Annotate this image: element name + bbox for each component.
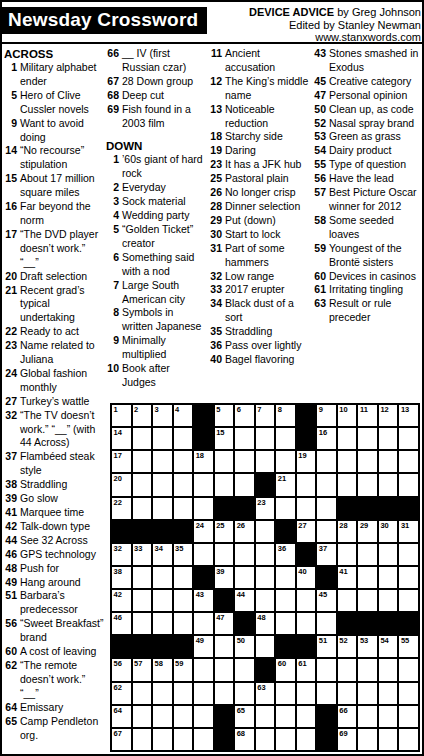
grid-cell-9-8[interactable] — [256, 590, 275, 611]
clue-text: Marquee time — [20, 506, 104, 520]
clue-across-23: 23Name related to Juliana — [4, 339, 104, 367]
grid-cell-10-14 — [379, 613, 398, 634]
grid-cell-4-15[interactable] — [399, 474, 418, 495]
clue-across-27: 27Turkey’s wattle — [4, 395, 104, 409]
grid-cell-10-11[interactable] — [317, 613, 336, 634]
grid-cell-8-1[interactable]: 38 — [112, 567, 131, 588]
clue-down-12: 12The King’s middle name — [209, 75, 311, 103]
clue-across-48: 48Push for — [4, 562, 104, 576]
grid-cell-12-10[interactable]: 61 — [297, 659, 316, 680]
clue-down-36: 36Pass over lightly — [209, 339, 311, 353]
grid-cell-3-11[interactable] — [317, 451, 336, 472]
grid-cell-9-4[interactable] — [174, 590, 193, 611]
grid-cell-8-15[interactable] — [399, 567, 418, 588]
clue-down-30: 30Start to lock — [209, 228, 311, 242]
clue-number: 23 — [4, 339, 20, 367]
clue-text: It has a JFK hub — [225, 158, 311, 172]
grid-cell-1-3[interactable]: 3 — [153, 405, 172, 426]
clue-number: 54 — [313, 144, 329, 158]
clue-number: 23 — [209, 158, 225, 172]
grid-cell-15-5[interactable] — [194, 729, 213, 750]
grid-cell-11-8[interactable] — [256, 636, 275, 657]
clue-number: 25 — [209, 172, 225, 186]
clue-number: 48 — [4, 562, 20, 576]
grid-cell-14-8[interactable] — [256, 706, 275, 727]
clue-down-50: 50Clean up, as code — [313, 103, 420, 117]
grid-cell-11-13[interactable]: 53 — [358, 636, 377, 657]
grid-cell-9-11[interactable]: 45 — [317, 590, 336, 611]
clue-text: Pass over lightly — [225, 339, 311, 353]
grid-cell-10-10[interactable] — [297, 613, 316, 634]
grid-cell-11-15[interactable]: 55 — [399, 636, 418, 657]
grid-cell-8-10[interactable]: 40 — [297, 567, 316, 588]
grid-cell-11-6[interactable] — [215, 636, 234, 657]
clue-text: Dairy product — [329, 144, 420, 158]
clue-number: 29 — [209, 214, 225, 228]
grid-cell-15-1[interactable]: 67 — [112, 729, 131, 750]
grid-cell-13-15[interactable] — [399, 683, 418, 704]
clue-number: 44 — [4, 534, 20, 548]
grid-cell-10-4[interactable] — [174, 613, 193, 634]
grid-cell-15-15[interactable] — [399, 729, 418, 750]
grid-cell-1-15[interactable]: 13 — [399, 405, 418, 426]
grid-cell-13-5[interactable] — [194, 683, 213, 704]
grid-cell-1-10 — [297, 405, 316, 426]
cell-number: 49 — [196, 636, 204, 645]
grid-cell-4-4[interactable] — [174, 474, 193, 495]
grid-cell-2-7[interactable] — [235, 428, 254, 449]
grid-cell-4-14[interactable] — [379, 474, 398, 495]
cell-number: 52 — [339, 636, 347, 645]
grid-cell-15-14[interactable] — [379, 729, 398, 750]
grid-cell-4-12[interactable] — [338, 474, 357, 495]
clue-text: Nasal spray brand — [329, 117, 420, 131]
grid-cell-7-12[interactable] — [338, 544, 357, 565]
grid-cell-7-3[interactable]: 34 — [153, 544, 172, 565]
grid-cell-11-5[interactable]: 49 — [194, 636, 213, 657]
grid-cell-13-4[interactable] — [174, 683, 193, 704]
grid-cell-6-7[interactable]: 26 — [235, 521, 254, 542]
clue-text: Everyday — [122, 181, 206, 195]
cell-number: 39 — [216, 567, 224, 576]
cell-number: 1 — [114, 405, 118, 414]
clue-number: 36 — [209, 339, 225, 353]
cell-number: 45 — [319, 590, 327, 599]
clue-number: 37 — [4, 450, 20, 478]
grid-cell-15-10[interactable] — [297, 729, 316, 750]
grid-cell-14-15[interactable] — [399, 706, 418, 727]
grid-cell-11-11[interactable]: 51 — [317, 636, 336, 657]
clue-text: Large South American city — [122, 279, 206, 307]
grid-cell-5-11[interactable] — [317, 498, 336, 519]
grid-cell-15-13[interactable] — [358, 729, 377, 750]
grid-cell-5-2[interactable] — [133, 498, 152, 519]
grid-cell-1-9[interactable]: 8 — [276, 405, 295, 426]
cell-number: 47 — [216, 613, 224, 622]
clue-number: 11 — [209, 47, 225, 75]
grid-cell-12-4[interactable]: 59 — [174, 659, 193, 680]
grid-cell-7-8[interactable] — [256, 544, 275, 565]
clue-text: Starchy side — [225, 130, 311, 144]
grid-cell-1-14[interactable]: 12 — [379, 405, 398, 426]
clue-down-11: 11Ancient accusation — [209, 47, 311, 75]
grid-cell-3-8[interactable] — [256, 451, 275, 472]
clue-down-61: 61Irritating tingling — [313, 283, 420, 297]
grid-cell-13-11[interactable] — [317, 683, 336, 704]
cell-number: 8 — [278, 405, 282, 414]
grid-cell-9-15[interactable] — [399, 590, 418, 611]
grid-cell-7-14[interactable] — [379, 544, 398, 565]
grid-cell-7-5[interactable] — [194, 544, 213, 565]
grid-cell-2-9[interactable] — [276, 428, 295, 449]
grid-cell-12-1[interactable]: 56 — [112, 659, 131, 680]
grid-cell-7-7[interactable] — [235, 544, 254, 565]
grid-cell-15-7[interactable]: 68 — [235, 729, 254, 750]
grid-cell-7-1[interactable]: 32 — [112, 544, 131, 565]
grid-cell-2-2[interactable] — [133, 428, 152, 449]
grid-cell-12-2[interactable]: 57 — [133, 659, 152, 680]
grid-cell-1-6[interactable]: 5 — [215, 405, 234, 426]
grid-cell-11-2 — [133, 636, 152, 657]
grid-cell-2-13[interactable] — [358, 428, 377, 449]
clue-text: Devices in casinos — [329, 270, 420, 284]
header-divider — [2, 42, 422, 44]
grid-cell-12-3[interactable]: 58 — [153, 659, 172, 680]
grid-cell-6-13[interactable]: 29 — [358, 521, 377, 542]
grid-cell-3-5[interactable]: 18 — [194, 451, 213, 472]
grid-cell-14-1[interactable]: 64 — [112, 706, 131, 727]
grid-cell-9-2[interactable] — [133, 590, 152, 611]
grid-cell-8-6[interactable]: 39 — [215, 567, 234, 588]
clue-down-33: 332017 erupter — [209, 283, 311, 297]
grid-cell-4-3[interactable] — [153, 474, 172, 495]
grid-cell-14-4[interactable] — [174, 706, 193, 727]
grid-cell-13-12[interactable] — [338, 683, 357, 704]
grid-cell-14-7[interactable]: 65 — [235, 706, 254, 727]
grid-cell-13-10[interactable] — [297, 683, 316, 704]
grid-cell-9-5[interactable]: 43 — [194, 590, 213, 611]
grid-cell-5-4[interactable] — [174, 498, 193, 519]
grid-cell-12-7[interactable] — [235, 659, 254, 680]
clue-text: “The TV doesn’t work.” “__” (with 44 Acr… — [20, 409, 104, 451]
grid-cell-3-2[interactable] — [133, 451, 152, 472]
grid-cell-2-12[interactable] — [338, 428, 357, 449]
clue-number: 69 — [106, 103, 122, 131]
grid-cell-6-5[interactable]: 24 — [194, 521, 213, 542]
grid-cell-14-3[interactable] — [153, 706, 172, 727]
clue-across-62: 62“The remote doesn’t work.” “__” — [4, 659, 104, 701]
grid-cell-1-4[interactable]: 4 — [174, 405, 193, 426]
clue-number: 26 — [209, 186, 225, 200]
grid-cell-11-14[interactable]: 54 — [379, 636, 398, 657]
grid-cell-14-12[interactable]: 66 — [338, 706, 357, 727]
grid-cell-4-9[interactable]: 21 — [276, 474, 295, 495]
grid-cell-2-6[interactable]: 15 — [215, 428, 234, 449]
grid-cell-13-14[interactable] — [379, 683, 398, 704]
grid-cell-5-9[interactable] — [276, 498, 295, 519]
grid-cell-10-2[interactable] — [133, 613, 152, 634]
cell-number: 12 — [380, 405, 388, 414]
clue-text: Daring — [225, 144, 311, 158]
clue-across-60: 60A cost of leaving — [4, 645, 104, 659]
clue-number: 32 — [209, 270, 225, 284]
grid-cell-3-3[interactable] — [153, 451, 172, 472]
clue-text: Emissary — [20, 701, 104, 715]
clue-down-34: 34Black dust of a sort — [209, 297, 311, 325]
grid-cell-2-1[interactable]: 14 — [112, 428, 131, 449]
clue-number: 7 — [106, 279, 122, 307]
grid-cell-9-6 — [215, 590, 234, 611]
grid-cell-10-5[interactable] — [194, 613, 213, 634]
grid-cell-2-3[interactable] — [153, 428, 172, 449]
clue-text: Draft selection — [20, 270, 104, 284]
clue-text: “The remote doesn’t work.” “__” — [20, 659, 104, 701]
clue-across-41: 41Marquee time — [4, 506, 104, 520]
clue-text: See 32 Across — [20, 534, 104, 548]
grid-cell-9-1[interactable]: 42 — [112, 590, 131, 611]
grid-cell-3-15[interactable] — [399, 451, 418, 472]
clue-across-14: 14“No recourse” stipulation — [4, 144, 104, 172]
clue-number: 5 — [4, 89, 20, 117]
grid-cell-12-6[interactable] — [215, 659, 234, 680]
clue-across-17: 17“The DVD player doesn’t work.” “__” — [4, 228, 104, 270]
grid-cell-4-7[interactable] — [235, 474, 254, 495]
clue-text: __ IV (first Russian czar) — [122, 47, 206, 75]
grid-cell-7-15[interactable] — [399, 544, 418, 565]
grid-cell-1-7[interactable]: 6 — [235, 405, 254, 426]
grid-cell-10-7 — [235, 613, 254, 634]
grid-cell-5-5[interactable] — [194, 498, 213, 519]
grid-cell-14-14[interactable] — [379, 706, 398, 727]
cell-number: 17 — [114, 451, 122, 460]
clue-down-23: 23It has a JFK hub — [209, 158, 311, 172]
clue-text: Go slow — [20, 492, 104, 506]
grid-cell-14-11 — [317, 706, 336, 727]
grid-cell-9-10[interactable] — [297, 590, 316, 611]
grid-cell-6-14[interactable]: 30 — [379, 521, 398, 542]
grid-cell-4-5[interactable] — [194, 474, 213, 495]
grid-cell-6-11[interactable] — [317, 521, 336, 542]
cell-number: 68 — [237, 729, 245, 738]
grid-cell-14-9[interactable] — [276, 706, 295, 727]
grid-cell-11-7[interactable]: 50 — [235, 636, 254, 657]
grid-cell-7-11[interactable]: 37 — [317, 544, 336, 565]
grid-cell-15-2[interactable] — [133, 729, 152, 750]
grid-cell-1-2[interactable]: 2 — [133, 405, 152, 426]
grid-cell-5-3[interactable] — [153, 498, 172, 519]
cell-number: 67 — [114, 729, 122, 738]
grid-cell-14-13[interactable] — [358, 706, 377, 727]
clue-number: 65 — [4, 715, 20, 743]
clue-text: Noticeable reduction — [225, 103, 311, 131]
clue-number: 28 — [209, 200, 225, 214]
cell-number: 62 — [114, 683, 122, 692]
grid-cell-13-9[interactable] — [276, 683, 295, 704]
grid-cell-11-9 — [276, 636, 295, 657]
clue-across-32: 32“The TV doesn’t work.” “__” (with 44 A… — [4, 409, 104, 451]
grid-cell-4-6[interactable] — [215, 474, 234, 495]
clue-text: Ready to act — [20, 325, 104, 339]
cell-number: 14 — [114, 428, 122, 437]
grid-cell-7-13[interactable] — [358, 544, 377, 565]
grid-cell-4-13[interactable] — [358, 474, 377, 495]
clue-down-45: 45Creative category — [313, 75, 420, 89]
grid-cell-12-12[interactable] — [338, 659, 357, 680]
grid-cell-8-3[interactable] — [153, 567, 172, 588]
grid-cell-15-3[interactable] — [153, 729, 172, 750]
clue-text: Part of some hammers — [225, 242, 311, 270]
grid-cell-2-15[interactable] — [399, 428, 418, 449]
cell-number: 3 — [155, 405, 159, 414]
grid-cell-7-2[interactable]: 33 — [133, 544, 152, 565]
grid-cell-4-2[interactable] — [133, 474, 152, 495]
grid-cell-4-10[interactable] — [297, 474, 316, 495]
clue-text: Have the lead — [329, 172, 420, 186]
grid-cell-13-8[interactable]: 63 — [256, 683, 275, 704]
grid-cell-7-9[interactable]: 36 — [276, 544, 295, 565]
grid-cell-8-13[interactable] — [358, 567, 377, 588]
clue-text: Low range — [225, 270, 311, 284]
grid-cell-1-8[interactable]: 7 — [256, 405, 275, 426]
grid-cell-1-1[interactable]: 1 — [112, 405, 131, 426]
grid-cell-11-12[interactable]: 52 — [338, 636, 357, 657]
grid-cell-3-1[interactable]: 17 — [112, 451, 131, 472]
grid-cell-10-3[interactable] — [153, 613, 172, 634]
grid-cell-2-11[interactable]: 16 — [317, 428, 336, 449]
cell-number: 48 — [257, 613, 265, 622]
editor-credit: Edited by Stanley Newman — [249, 19, 421, 32]
cell-number: 19 — [298, 451, 306, 460]
grid-cell-10-1[interactable]: 46 — [112, 613, 131, 634]
grid-cell-1-13[interactable]: 11 — [358, 405, 377, 426]
grid-cell-15-8[interactable] — [256, 729, 275, 750]
grid-cell-5-1[interactable]: 22 — [112, 498, 131, 519]
grid-cell-2-14[interactable] — [379, 428, 398, 449]
grid-cell-9-12[interactable] — [338, 590, 357, 611]
grid-cell-14-2[interactable] — [133, 706, 152, 727]
cell-number: 32 — [114, 544, 122, 553]
grid-cell-3-10[interactable]: 19 — [297, 451, 316, 472]
cell-number: 34 — [155, 544, 163, 553]
grid-cell-2-8[interactable] — [256, 428, 275, 449]
clue-number: 60 — [313, 270, 329, 284]
grid-cell-3-14[interactable] — [379, 451, 398, 472]
grid-cell-12-5[interactable] — [194, 659, 213, 680]
clue-number: 18 — [209, 130, 225, 144]
clue-text: Green as grass — [329, 130, 420, 144]
grid-cell-9-9[interactable] — [276, 590, 295, 611]
clue-text: Deep cut — [122, 89, 206, 103]
clue-text: Turkey’s wattle — [20, 395, 104, 409]
grid-cell-15-4[interactable] — [174, 729, 193, 750]
grid-cell-1-11[interactable]: 9 — [317, 405, 336, 426]
grid-cell-13-2[interactable] — [133, 683, 152, 704]
grid-cell-9-13[interactable] — [358, 590, 377, 611]
section-spacer — [106, 130, 206, 139]
grid-cell-4-1[interactable]: 20 — [112, 474, 131, 495]
grid-cell-13-1[interactable]: 62 — [112, 683, 131, 704]
grid-cell-3-13[interactable] — [358, 451, 377, 472]
clue-text: Youngest of the Brontë sisters — [329, 242, 420, 270]
cell-number: 5 — [216, 405, 220, 414]
grid-cell-12-9[interactable]: 60 — [276, 659, 295, 680]
grid-cell-6-12[interactable]: 28 — [338, 521, 357, 542]
grid-cell-7-4[interactable]: 35 — [174, 544, 193, 565]
grid-cell-15-9[interactable] — [276, 729, 295, 750]
grid-cell-13-3[interactable] — [153, 683, 172, 704]
grid-cell-14-5[interactable] — [194, 706, 213, 727]
grid-cell-5-10[interactable] — [297, 498, 316, 519]
grid-cell-6-6[interactable]: 25 — [215, 521, 234, 542]
grid-cell-9-7[interactable]: 44 — [235, 590, 254, 611]
grid-cell-1-12[interactable]: 10 — [338, 405, 357, 426]
clue-text: “Sweet Breakfast” brand — [20, 617, 104, 645]
grid-cell-3-4[interactable] — [174, 451, 193, 472]
grid-cell-8-7[interactable] — [235, 567, 254, 588]
grid-cell-6-8[interactable] — [256, 521, 275, 542]
grid-cell-8-14[interactable] — [379, 567, 398, 588]
cell-number: 11 — [360, 405, 368, 414]
puzzle-title: DEVICE ADVICE — [249, 6, 334, 18]
grid-cell-8-2[interactable] — [133, 567, 152, 588]
grid-cell-12-13[interactable] — [358, 659, 377, 680]
grid-cell-8-9[interactable] — [276, 567, 295, 588]
clue-number: 47 — [313, 89, 329, 103]
grid-cell-4-11[interactable] — [317, 474, 336, 495]
grid-cell-12-11[interactable] — [317, 659, 336, 680]
cell-number: 9 — [319, 405, 323, 414]
grid-cell-12-15[interactable] — [399, 659, 418, 680]
grid-cell-7-6[interactable] — [215, 544, 234, 565]
grid-cell-8-8[interactable] — [256, 567, 275, 588]
grid-cell-13-6[interactable] — [215, 683, 234, 704]
grid-cell-5-6 — [215, 498, 234, 519]
cell-number: 26 — [237, 521, 245, 530]
clue-number: 67 — [106, 75, 122, 89]
clue-down-9: 9Minimally multiplied — [106, 334, 206, 362]
grid-cell-14-10[interactable] — [297, 706, 316, 727]
clue-text: Straddling — [225, 325, 311, 339]
cell-number: 31 — [401, 521, 409, 530]
grid-cell-8-4[interactable] — [174, 567, 193, 588]
grid-cell-6-15[interactable]: 31 — [399, 521, 418, 542]
grid-cell-3-6[interactable] — [215, 451, 234, 472]
clue-text: Global fashion monthly — [20, 367, 104, 395]
grid-cell-3-12[interactable] — [338, 451, 357, 472]
grid-cell-3-9[interactable] — [276, 451, 295, 472]
grid-cell-13-13[interactable] — [358, 683, 377, 704]
grid-cell-9-3[interactable] — [153, 590, 172, 611]
grid-cell-10-6[interactable]: 47 — [215, 613, 234, 634]
grid-cell-12-14[interactable] — [379, 659, 398, 680]
grid-cell-2-4[interactable] — [174, 428, 193, 449]
grid-cell-6-10[interactable]: 27 — [297, 521, 316, 542]
grid-cell-10-8[interactable]: 48 — [256, 613, 275, 634]
grid-cell-5-8[interactable]: 23 — [256, 498, 275, 519]
clue-text: Book after Judges — [122, 362, 206, 390]
cell-number: 10 — [339, 405, 347, 414]
clue-number: 35 — [209, 325, 225, 339]
grid-cell-15-12[interactable]: 69 — [338, 729, 357, 750]
grid-cell-3-7[interactable] — [235, 451, 254, 472]
grid-cell-9-14[interactable] — [379, 590, 398, 611]
clue-down-5: 5“Golden Ticket” creator — [106, 223, 206, 251]
grid-cell-10-9[interactable] — [276, 613, 295, 634]
clue-number: 66 — [106, 47, 122, 75]
cell-number: 58 — [155, 659, 163, 668]
grid-cell-8-12[interactable]: 41 — [338, 567, 357, 588]
grid-cell-13-7[interactable] — [235, 683, 254, 704]
